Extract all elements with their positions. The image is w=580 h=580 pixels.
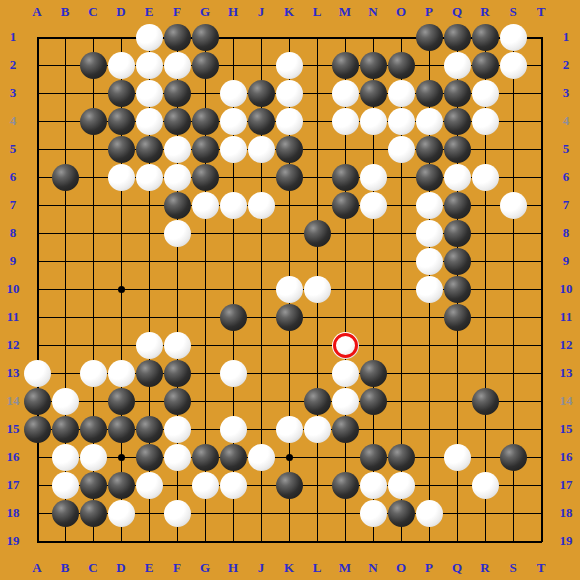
intersection-B5[interactable]: [51, 135, 79, 163]
intersection-J12[interactable]: [247, 331, 275, 359]
intersection-R6[interactable]: [471, 163, 499, 191]
intersection-F12[interactable]: [163, 331, 191, 359]
intersection-G17[interactable]: [191, 471, 219, 499]
white-stone-Q6[interactable]: [444, 164, 471, 191]
white-stone-Q16[interactable]: [444, 444, 471, 471]
intersection-C4[interactable]: [79, 107, 107, 135]
intersection-P5[interactable]: [415, 135, 443, 163]
intersection-A17[interactable]: [23, 471, 51, 499]
white-stone-F2[interactable]: [164, 52, 191, 79]
white-stone-R4[interactable]: [472, 108, 499, 135]
intersection-E15[interactable]: [135, 415, 163, 443]
intersection-M2[interactable]: [331, 51, 359, 79]
intersection-Q15[interactable]: [443, 415, 471, 443]
intersection-E5[interactable]: [135, 135, 163, 163]
intersection-F14[interactable]: [163, 387, 191, 415]
intersection-C12[interactable]: [79, 331, 107, 359]
intersection-H14[interactable]: [219, 387, 247, 415]
intersection-C9[interactable]: [79, 247, 107, 275]
intersection-Q7[interactable]: [443, 191, 471, 219]
black-stone-Q8[interactable]: [444, 220, 471, 247]
intersection-G12[interactable]: [191, 331, 219, 359]
white-stone-R17[interactable]: [472, 472, 499, 499]
black-stone-R2[interactable]: [472, 52, 499, 79]
intersection-M3[interactable]: [331, 79, 359, 107]
black-stone-Q7[interactable]: [444, 192, 471, 219]
intersection-M9[interactable]: [331, 247, 359, 275]
white-stone-R3[interactable]: [472, 80, 499, 107]
intersection-N6[interactable]: [359, 163, 387, 191]
intersection-C8[interactable]: [79, 219, 107, 247]
white-stone-P8[interactable]: [416, 220, 443, 247]
intersection-R7[interactable]: [471, 191, 499, 219]
black-stone-P3[interactable]: [416, 80, 443, 107]
intersection-P4[interactable]: [415, 107, 443, 135]
white-stone-S7[interactable]: [500, 192, 527, 219]
intersection-S7[interactable]: [499, 191, 527, 219]
intersection-C17[interactable]: [79, 471, 107, 499]
intersection-S16[interactable]: [499, 443, 527, 471]
intersection-L12[interactable]: [303, 331, 331, 359]
intersection-C15[interactable]: [79, 415, 107, 443]
intersection-P7[interactable]: [415, 191, 443, 219]
intersection-E17[interactable]: [135, 471, 163, 499]
intersection-J1[interactable]: [247, 23, 275, 51]
intersection-A19[interactable]: [23, 527, 51, 555]
white-stone-H17[interactable]: [220, 472, 247, 499]
black-stone-L8[interactable]: [304, 220, 331, 247]
black-stone-K11[interactable]: [276, 304, 303, 331]
intersection-K4[interactable]: [275, 107, 303, 135]
intersection-D19[interactable]: [107, 527, 135, 555]
intersection-P13[interactable]: [415, 359, 443, 387]
black-stone-E16[interactable]: [136, 444, 163, 471]
white-stone-E1[interactable]: [136, 24, 163, 51]
intersection-S13[interactable]: [499, 359, 527, 387]
intersection-N3[interactable]: [359, 79, 387, 107]
intersection-N17[interactable]: [359, 471, 387, 499]
intersection-R4[interactable]: [471, 107, 499, 135]
white-stone-C16[interactable]: [80, 444, 107, 471]
intersection-H17[interactable]: [219, 471, 247, 499]
black-stone-B15[interactable]: [52, 416, 79, 443]
white-stone-L15[interactable]: [304, 416, 331, 443]
black-stone-N3[interactable]: [360, 80, 387, 107]
black-stone-K17[interactable]: [276, 472, 303, 499]
intersection-E16[interactable]: [135, 443, 163, 471]
intersection-P1[interactable]: [415, 23, 443, 51]
intersection-Q9[interactable]: [443, 247, 471, 275]
intersection-K17[interactable]: [275, 471, 303, 499]
intersection-N4[interactable]: [359, 107, 387, 135]
black-stone-Q4[interactable]: [444, 108, 471, 135]
intersection-S9[interactable]: [499, 247, 527, 275]
intersection-C5[interactable]: [79, 135, 107, 163]
intersection-N5[interactable]: [359, 135, 387, 163]
black-stone-F4[interactable]: [164, 108, 191, 135]
intersection-H3[interactable]: [219, 79, 247, 107]
intersection-G18[interactable]: [191, 499, 219, 527]
intersection-A5[interactable]: [23, 135, 51, 163]
intersection-A1[interactable]: [23, 23, 51, 51]
intersection-L16[interactable]: [303, 443, 331, 471]
intersection-A10[interactable]: [23, 275, 51, 303]
intersection-L3[interactable]: [303, 79, 331, 107]
intersection-B19[interactable]: [51, 527, 79, 555]
intersection-M12[interactable]: [331, 331, 359, 359]
intersection-F11[interactable]: [163, 303, 191, 331]
intersection-A4[interactable]: [23, 107, 51, 135]
white-stone-J7[interactable]: [248, 192, 275, 219]
intersection-J6[interactable]: [247, 163, 275, 191]
black-stone-G4[interactable]: [192, 108, 219, 135]
intersection-C10[interactable]: [79, 275, 107, 303]
intersection-P2[interactable]: [415, 51, 443, 79]
intersection-A16[interactable]: [23, 443, 51, 471]
intersection-L18[interactable]: [303, 499, 331, 527]
intersection-B2[interactable]: [51, 51, 79, 79]
intersection-S8[interactable]: [499, 219, 527, 247]
white-stone-L10[interactable]: [304, 276, 331, 303]
white-stone-F18[interactable]: [164, 500, 191, 527]
white-stone-E12[interactable]: [136, 332, 163, 359]
intersection-A6[interactable]: [23, 163, 51, 191]
white-stone-P9[interactable]: [416, 248, 443, 275]
intersection-M5[interactable]: [331, 135, 359, 163]
white-stone-B17[interactable]: [52, 472, 79, 499]
intersection-O9[interactable]: [387, 247, 415, 275]
white-stone-E6[interactable]: [136, 164, 163, 191]
intersection-M11[interactable]: [331, 303, 359, 331]
black-stone-C18[interactable]: [80, 500, 107, 527]
intersection-E1[interactable]: [135, 23, 163, 51]
intersection-P17[interactable]: [415, 471, 443, 499]
black-stone-D4[interactable]: [108, 108, 135, 135]
intersection-F7[interactable]: [163, 191, 191, 219]
white-stone-K2[interactable]: [276, 52, 303, 79]
intersection-K12[interactable]: [275, 331, 303, 359]
white-stone-N4[interactable]: [360, 108, 387, 135]
intersection-K1[interactable]: [275, 23, 303, 51]
intersection-E12[interactable]: [135, 331, 163, 359]
intersection-J8[interactable]: [247, 219, 275, 247]
intersection-K18[interactable]: [275, 499, 303, 527]
intersection-E13[interactable]: [135, 359, 163, 387]
intersection-J19[interactable]: [247, 527, 275, 555]
intersection-B13[interactable]: [51, 359, 79, 387]
intersection-C1[interactable]: [79, 23, 107, 51]
intersection-P9[interactable]: [415, 247, 443, 275]
white-stone-H4[interactable]: [220, 108, 247, 135]
intersection-Q3[interactable]: [443, 79, 471, 107]
intersection-A8[interactable]: [23, 219, 51, 247]
intersection-O4[interactable]: [387, 107, 415, 135]
intersection-S5[interactable]: [499, 135, 527, 163]
intersection-N18[interactable]: [359, 499, 387, 527]
intersection-D9[interactable]: [107, 247, 135, 275]
intersection-T12[interactable]: [527, 331, 555, 359]
black-stone-M6[interactable]: [332, 164, 359, 191]
intersection-C18[interactable]: [79, 499, 107, 527]
white-stone-F16[interactable]: [164, 444, 191, 471]
intersection-G1[interactable]: [191, 23, 219, 51]
intersection-A13[interactable]: [23, 359, 51, 387]
white-stone-A13[interactable]: [24, 360, 51, 387]
black-stone-Q3[interactable]: [444, 80, 471, 107]
intersection-Q2[interactable]: [443, 51, 471, 79]
intersection-T15[interactable]: [527, 415, 555, 443]
intersection-E4[interactable]: [135, 107, 163, 135]
intersection-E3[interactable]: [135, 79, 163, 107]
intersection-R19[interactable]: [471, 527, 499, 555]
white-stone-D6[interactable]: [108, 164, 135, 191]
intersection-S2[interactable]: [499, 51, 527, 79]
intersection-O17[interactable]: [387, 471, 415, 499]
intersection-H16[interactable]: [219, 443, 247, 471]
white-stone-P7[interactable]: [416, 192, 443, 219]
black-stone-M2[interactable]: [332, 52, 359, 79]
intersection-K10[interactable]: [275, 275, 303, 303]
intersection-S12[interactable]: [499, 331, 527, 359]
black-stone-D5[interactable]: [108, 136, 135, 163]
black-stone-G6[interactable]: [192, 164, 219, 191]
intersection-H8[interactable]: [219, 219, 247, 247]
intersection-A7[interactable]: [23, 191, 51, 219]
intersection-Q14[interactable]: [443, 387, 471, 415]
intersection-P11[interactable]: [415, 303, 443, 331]
intersection-E14[interactable]: [135, 387, 163, 415]
black-stone-F7[interactable]: [164, 192, 191, 219]
intersection-P6[interactable]: [415, 163, 443, 191]
intersection-D1[interactable]: [107, 23, 135, 51]
intersection-B6[interactable]: [51, 163, 79, 191]
intersection-S4[interactable]: [499, 107, 527, 135]
intersection-Q11[interactable]: [443, 303, 471, 331]
intersection-L14[interactable]: [303, 387, 331, 415]
black-stone-N14[interactable]: [360, 388, 387, 415]
intersection-E9[interactable]: [135, 247, 163, 275]
intersection-D3[interactable]: [107, 79, 135, 107]
intersection-K3[interactable]: [275, 79, 303, 107]
intersection-K16[interactable]: [275, 443, 303, 471]
intersection-R17[interactable]: [471, 471, 499, 499]
intersection-L11[interactable]: [303, 303, 331, 331]
white-stone-H7[interactable]: [220, 192, 247, 219]
intersection-R1[interactable]: [471, 23, 499, 51]
intersection-M6[interactable]: [331, 163, 359, 191]
intersection-D13[interactable]: [107, 359, 135, 387]
white-stone-E17[interactable]: [136, 472, 163, 499]
intersection-M16[interactable]: [331, 443, 359, 471]
intersection-E19[interactable]: [135, 527, 163, 555]
white-stone-P10[interactable]: [416, 276, 443, 303]
intersection-N15[interactable]: [359, 415, 387, 443]
intersection-K7[interactable]: [275, 191, 303, 219]
intersection-J9[interactable]: [247, 247, 275, 275]
intersection-N10[interactable]: [359, 275, 387, 303]
intersection-Q16[interactable]: [443, 443, 471, 471]
white-stone-E2[interactable]: [136, 52, 163, 79]
intersection-F10[interactable]: [163, 275, 191, 303]
intersection-P8[interactable]: [415, 219, 443, 247]
intersection-L13[interactable]: [303, 359, 331, 387]
black-stone-H11[interactable]: [220, 304, 247, 331]
intersection-L2[interactable]: [303, 51, 331, 79]
black-stone-F1[interactable]: [164, 24, 191, 51]
black-stone-K5[interactable]: [276, 136, 303, 163]
white-stone-K10[interactable]: [276, 276, 303, 303]
white-stone-K3[interactable]: [276, 80, 303, 107]
white-stone-J16[interactable]: [248, 444, 275, 471]
white-stone-F6[interactable]: [164, 164, 191, 191]
white-stone-H13[interactable]: [220, 360, 247, 387]
black-stone-B6[interactable]: [52, 164, 79, 191]
intersection-T16[interactable]: [527, 443, 555, 471]
intersection-Q18[interactable]: [443, 499, 471, 527]
intersection-P18[interactable]: [415, 499, 443, 527]
intersection-H10[interactable]: [219, 275, 247, 303]
white-stone-N6[interactable]: [360, 164, 387, 191]
intersection-J18[interactable]: [247, 499, 275, 527]
intersection-B1[interactable]: [51, 23, 79, 51]
intersection-O15[interactable]: [387, 415, 415, 443]
intersection-R9[interactable]: [471, 247, 499, 275]
intersection-M13[interactable]: [331, 359, 359, 387]
white-stone-N17[interactable]: [360, 472, 387, 499]
intersection-B3[interactable]: [51, 79, 79, 107]
black-stone-C2[interactable]: [80, 52, 107, 79]
black-stone-R14[interactable]: [472, 388, 499, 415]
intersection-H9[interactable]: [219, 247, 247, 275]
intersection-B11[interactable]: [51, 303, 79, 331]
intersection-B7[interactable]: [51, 191, 79, 219]
black-stone-P1[interactable]: [416, 24, 443, 51]
intersection-F19[interactable]: [163, 527, 191, 555]
intersection-T7[interactable]: [527, 191, 555, 219]
intersection-F15[interactable]: [163, 415, 191, 443]
intersection-G8[interactable]: [191, 219, 219, 247]
intersection-G3[interactable]: [191, 79, 219, 107]
intersection-P15[interactable]: [415, 415, 443, 443]
intersection-N2[interactable]: [359, 51, 387, 79]
intersection-T8[interactable]: [527, 219, 555, 247]
intersection-T2[interactable]: [527, 51, 555, 79]
black-stone-F14[interactable]: [164, 388, 191, 415]
intersection-M14[interactable]: [331, 387, 359, 415]
intersection-S17[interactable]: [499, 471, 527, 499]
intersection-R14[interactable]: [471, 387, 499, 415]
black-stone-F13[interactable]: [164, 360, 191, 387]
intersection-K9[interactable]: [275, 247, 303, 275]
intersection-Q17[interactable]: [443, 471, 471, 499]
intersection-Q5[interactable]: [443, 135, 471, 163]
intersection-M8[interactable]: [331, 219, 359, 247]
intersection-J5[interactable]: [247, 135, 275, 163]
intersection-D16[interactable]: [107, 443, 135, 471]
intersection-A18[interactable]: [23, 499, 51, 527]
intersection-H5[interactable]: [219, 135, 247, 163]
black-stone-R1[interactable]: [472, 24, 499, 51]
intersection-R12[interactable]: [471, 331, 499, 359]
intersection-O19[interactable]: [387, 527, 415, 555]
intersection-R5[interactable]: [471, 135, 499, 163]
intersection-S1[interactable]: [499, 23, 527, 51]
intersection-G9[interactable]: [191, 247, 219, 275]
white-stone-P18[interactable]: [416, 500, 443, 527]
intersection-L5[interactable]: [303, 135, 331, 163]
black-stone-P6[interactable]: [416, 164, 443, 191]
white-stone-F5[interactable]: [164, 136, 191, 163]
intersection-R10[interactable]: [471, 275, 499, 303]
black-stone-G16[interactable]: [192, 444, 219, 471]
black-stone-M15[interactable]: [332, 416, 359, 443]
intersection-D8[interactable]: [107, 219, 135, 247]
black-stone-C17[interactable]: [80, 472, 107, 499]
intersection-Q13[interactable]: [443, 359, 471, 387]
intersection-N14[interactable]: [359, 387, 387, 415]
white-stone-D2[interactable]: [108, 52, 135, 79]
intersection-D18[interactable]: [107, 499, 135, 527]
black-stone-G1[interactable]: [192, 24, 219, 51]
intersection-Q6[interactable]: [443, 163, 471, 191]
intersection-T18[interactable]: [527, 499, 555, 527]
intersection-B12[interactable]: [51, 331, 79, 359]
white-stone-B14[interactable]: [52, 388, 79, 415]
intersection-O2[interactable]: [387, 51, 415, 79]
black-stone-G5[interactable]: [192, 136, 219, 163]
intersection-O1[interactable]: [387, 23, 415, 51]
intersection-R18[interactable]: [471, 499, 499, 527]
intersection-C19[interactable]: [79, 527, 107, 555]
intersection-A11[interactable]: [23, 303, 51, 331]
intersection-H4[interactable]: [219, 107, 247, 135]
intersection-L10[interactable]: [303, 275, 331, 303]
intersection-D6[interactable]: [107, 163, 135, 191]
black-stone-O16[interactable]: [388, 444, 415, 471]
intersection-H2[interactable]: [219, 51, 247, 79]
intersection-F2[interactable]: [163, 51, 191, 79]
intersection-L4[interactable]: [303, 107, 331, 135]
white-stone-E4[interactable]: [136, 108, 163, 135]
intersection-Q10[interactable]: [443, 275, 471, 303]
intersection-E7[interactable]: [135, 191, 163, 219]
intersection-Q12[interactable]: [443, 331, 471, 359]
intersection-G4[interactable]: [191, 107, 219, 135]
intersection-T5[interactable]: [527, 135, 555, 163]
black-stone-J4[interactable]: [248, 108, 275, 135]
intersection-J16[interactable]: [247, 443, 275, 471]
intersection-N8[interactable]: [359, 219, 387, 247]
intersection-N11[interactable]: [359, 303, 387, 331]
white-stone-Q2[interactable]: [444, 52, 471, 79]
intersection-R13[interactable]: [471, 359, 499, 387]
intersection-D7[interactable]: [107, 191, 135, 219]
intersection-O5[interactable]: [387, 135, 415, 163]
black-stone-D17[interactable]: [108, 472, 135, 499]
intersection-R2[interactable]: [471, 51, 499, 79]
white-stone-P4[interactable]: [416, 108, 443, 135]
intersection-L1[interactable]: [303, 23, 331, 51]
intersection-P16[interactable]: [415, 443, 443, 471]
intersection-S10[interactable]: [499, 275, 527, 303]
intersection-O8[interactable]: [387, 219, 415, 247]
white-stone-S1[interactable]: [500, 24, 527, 51]
intersection-G7[interactable]: [191, 191, 219, 219]
intersection-F6[interactable]: [163, 163, 191, 191]
black-stone-D14[interactable]: [108, 388, 135, 415]
intersection-D15[interactable]: [107, 415, 135, 443]
intersection-D17[interactable]: [107, 471, 135, 499]
